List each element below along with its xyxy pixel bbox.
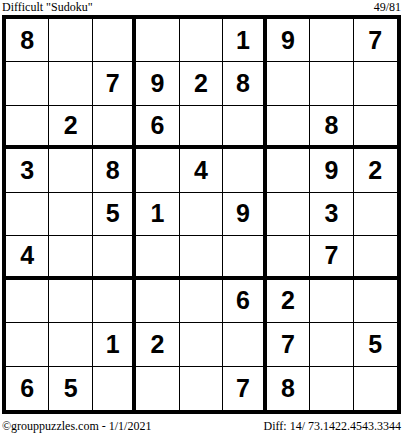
footer: ©grouppuzzles.com - 1/1/2021 Diff: 14/ 7… [0, 420, 403, 433]
cell-r6c5[interactable] [180, 236, 223, 279]
sudoku-page: Difficult "Sudoku" 49/81 819779282683849… [0, 0, 403, 437]
cell-r4c7[interactable] [267, 149, 310, 192]
cell-r4c4[interactable] [136, 149, 179, 192]
cell-r5c4[interactable]: 1 [136, 193, 179, 236]
cell-r9c7[interactable]: 8 [267, 367, 310, 410]
cell-r5c6[interactable]: 9 [223, 193, 266, 236]
cell-r5c9[interactable] [354, 193, 397, 236]
cell-r5c7[interactable] [267, 193, 310, 236]
cell-r9c3[interactable] [93, 367, 136, 410]
cell-r4c8[interactable]: 9 [310, 149, 353, 192]
cell-r5c1[interactable] [6, 193, 49, 236]
cell-r2c3[interactable]: 7 [93, 62, 136, 105]
cell-r4c9[interactable]: 2 [354, 149, 397, 192]
cell-r1c6[interactable]: 1 [223, 19, 266, 62]
cell-r5c8[interactable]: 3 [310, 193, 353, 236]
cell-r6c8[interactable]: 7 [310, 236, 353, 279]
cell-r4c6[interactable] [223, 149, 266, 192]
cell-r7c6[interactable]: 6 [223, 280, 266, 323]
cell-r7c5[interactable] [180, 280, 223, 323]
cell-r4c5[interactable]: 4 [180, 149, 223, 192]
cell-r3c5[interactable] [180, 106, 223, 149]
cell-r9c2[interactable]: 5 [49, 367, 92, 410]
difficulty-text: Diff: 14/ 73.1422.4543.3344 [264, 420, 401, 433]
cell-r2c5[interactable]: 2 [180, 62, 223, 105]
cell-r3c1[interactable] [6, 106, 49, 149]
cell-r6c6[interactable] [223, 236, 266, 279]
cell-r3c8[interactable]: 8 [310, 106, 353, 149]
cell-r3c6[interactable] [223, 106, 266, 149]
sudoku-board: 81977928268384925193476212756578 [2, 15, 401, 414]
cell-r6c4[interactable] [136, 236, 179, 279]
cell-r3c9[interactable] [354, 106, 397, 149]
cell-r6c2[interactable] [49, 236, 92, 279]
cell-r8c3[interactable]: 1 [93, 323, 136, 366]
cell-r2c8[interactable] [310, 62, 353, 105]
cell-r8c2[interactable] [49, 323, 92, 366]
cell-r3c7[interactable] [267, 106, 310, 149]
cell-r6c9[interactable] [354, 236, 397, 279]
cell-r2c6[interactable]: 8 [223, 62, 266, 105]
cell-r9c6[interactable]: 7 [223, 367, 266, 410]
cell-r4c3[interactable]: 8 [93, 149, 136, 192]
cell-r3c4[interactable]: 6 [136, 106, 179, 149]
cell-r9c4[interactable] [136, 367, 179, 410]
cell-r4c1[interactable]: 3 [6, 149, 49, 192]
cell-r3c2[interactable]: 2 [49, 106, 92, 149]
cell-r2c4[interactable]: 9 [136, 62, 179, 105]
cell-r9c5[interactable] [180, 367, 223, 410]
header: Difficult "Sudoku" 49/81 [0, 1, 403, 14]
cell-r7c2[interactable] [49, 280, 92, 323]
cell-r1c8[interactable] [310, 19, 353, 62]
cell-r8c8[interactable] [310, 323, 353, 366]
cell-r1c5[interactable] [180, 19, 223, 62]
cell-r7c4[interactable] [136, 280, 179, 323]
cell-r1c7[interactable]: 9 [267, 19, 310, 62]
cell-r1c4[interactable] [136, 19, 179, 62]
cell-r8c1[interactable] [6, 323, 49, 366]
cell-r5c2[interactable] [49, 193, 92, 236]
cell-r5c3[interactable]: 5 [93, 193, 136, 236]
cell-r8c4[interactable]: 2 [136, 323, 179, 366]
cell-r1c2[interactable] [49, 19, 92, 62]
cell-r7c9[interactable] [354, 280, 397, 323]
cell-r8c6[interactable] [223, 323, 266, 366]
cell-r8c9[interactable]: 5 [354, 323, 397, 366]
cell-r4c2[interactable] [49, 149, 92, 192]
cell-r6c3[interactable] [93, 236, 136, 279]
copyright-text: ©grouppuzzles.com - 1/1/2021 [2, 420, 151, 433]
cell-r3c3[interactable] [93, 106, 136, 149]
cell-r2c2[interactable] [49, 62, 92, 105]
cell-r8c5[interactable] [180, 323, 223, 366]
cell-r7c3[interactable] [93, 280, 136, 323]
cell-r2c1[interactable] [6, 62, 49, 105]
empty-cell-counter: 49/81 [374, 1, 401, 14]
page-title: Difficult "Sudoku" [2, 1, 93, 14]
cell-r1c3[interactable] [93, 19, 136, 62]
cell-r7c8[interactable] [310, 280, 353, 323]
cell-r7c1[interactable] [6, 280, 49, 323]
cell-r9c1[interactable]: 6 [6, 367, 49, 410]
cell-r8c7[interactable]: 7 [267, 323, 310, 366]
cell-r6c1[interactable]: 4 [6, 236, 49, 279]
cell-r2c7[interactable] [267, 62, 310, 105]
cell-r1c9[interactable]: 7 [354, 19, 397, 62]
cell-r1c1[interactable]: 8 [6, 19, 49, 62]
cell-r7c7[interactable]: 2 [267, 280, 310, 323]
cell-r9c9[interactable] [354, 367, 397, 410]
cell-r5c5[interactable] [180, 193, 223, 236]
cell-r6c7[interactable] [267, 236, 310, 279]
cell-r2c9[interactable] [354, 62, 397, 105]
cell-r9c8[interactable] [310, 367, 353, 410]
